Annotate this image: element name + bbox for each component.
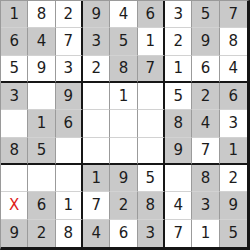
cell-r3c4[interactable]: 2	[83, 56, 110, 83]
cell-r2c1[interactable]: 6	[1, 28, 28, 55]
cell-r7c8[interactable]: 8	[192, 165, 219, 192]
cell-r6c8[interactable]: 7	[192, 138, 219, 165]
cell-r9c9[interactable]: 5	[220, 220, 247, 247]
cell-r5c6[interactable]	[138, 110, 165, 137]
cell-r5c5[interactable]	[110, 110, 137, 137]
cell-r4c3[interactable]: 9	[56, 83, 83, 110]
cell-r7c1[interactable]	[1, 165, 28, 192]
cell-r8c2[interactable]: 6	[28, 192, 55, 219]
cell-r6c3[interactable]	[56, 138, 83, 165]
cell-r4c1[interactable]: 3	[1, 83, 28, 110]
cell-r3c9[interactable]: 4	[220, 56, 247, 83]
sudoku-board: 1829463576473512985932871643915261684385…	[0, 0, 250, 250]
cell-r8c7[interactable]: 4	[165, 192, 192, 219]
cell-r9c8[interactable]: 1	[192, 220, 219, 247]
cell-r8c4[interactable]: 7	[83, 192, 110, 219]
cell-r6c2[interactable]: 5	[28, 138, 55, 165]
cell-r9c4[interactable]: 4	[83, 220, 110, 247]
cell-r2c5[interactable]: 5	[110, 28, 137, 55]
cell-r8c3[interactable]: 1	[56, 192, 83, 219]
cell-r8c8[interactable]: 3	[192, 192, 219, 219]
cell-r7c4[interactable]: 1	[83, 165, 110, 192]
cell-r6c5[interactable]	[110, 138, 137, 165]
cell-r7c2[interactable]	[28, 165, 55, 192]
cell-r7c5[interactable]: 9	[110, 165, 137, 192]
cell-r2c8[interactable]: 9	[192, 28, 219, 55]
cell-r6c9[interactable]: 1	[220, 138, 247, 165]
cell-r9c3[interactable]: 8	[56, 220, 83, 247]
cell-r1c1[interactable]: 1	[1, 1, 28, 28]
cell-r5c3[interactable]: 6	[56, 110, 83, 137]
cell-r3c8[interactable]: 6	[192, 56, 219, 83]
cell-r4c5[interactable]: 1	[110, 83, 137, 110]
cell-r5c4[interactable]	[83, 110, 110, 137]
cell-r8c9[interactable]: 9	[220, 192, 247, 219]
cell-r1c8[interactable]: 5	[192, 1, 219, 28]
cell-r3c6[interactable]: 7	[138, 56, 165, 83]
cell-r2c6[interactable]: 1	[138, 28, 165, 55]
cell-r3c1[interactable]: 5	[1, 56, 28, 83]
cell-r7c6[interactable]: 5	[138, 165, 165, 192]
cell-r2c7[interactable]: 2	[165, 28, 192, 55]
cell-r1c9[interactable]: 7	[220, 1, 247, 28]
cell-r3c5[interactable]: 8	[110, 56, 137, 83]
cell-r5c9[interactable]: 3	[220, 110, 247, 137]
cell-r7c3[interactable]	[56, 165, 83, 192]
cell-r4c8[interactable]: 2	[192, 83, 219, 110]
cell-r3c3[interactable]: 3	[56, 56, 83, 83]
cell-r2c2[interactable]: 4	[28, 28, 55, 55]
cell-r7c7[interactable]	[165, 165, 192, 192]
cell-r4c6[interactable]	[138, 83, 165, 110]
cell-r5c1[interactable]	[1, 110, 28, 137]
cell-r1c5[interactable]: 4	[110, 1, 137, 28]
cell-r3c7[interactable]: 1	[165, 56, 192, 83]
cell-r5c2[interactable]: 1	[28, 110, 55, 137]
cell-r8c5[interactable]: 2	[110, 192, 137, 219]
cell-r1c6[interactable]: 6	[138, 1, 165, 28]
cell-r1c2[interactable]: 8	[28, 1, 55, 28]
cell-r2c3[interactable]: 7	[56, 28, 83, 55]
cell-r4c2[interactable]	[28, 83, 55, 110]
cell-r9c1[interactable]: 9	[1, 220, 28, 247]
cell-r4c9[interactable]: 6	[220, 83, 247, 110]
cell-r9c2[interactable]: 2	[28, 220, 55, 247]
cell-r1c7[interactable]: 3	[165, 1, 192, 28]
cell-r1c4[interactable]: 9	[83, 1, 110, 28]
cell-r6c4[interactable]	[83, 138, 110, 165]
cell-r8c1[interactable]: X	[1, 192, 28, 219]
cell-r7c9[interactable]: 2	[220, 165, 247, 192]
cell-r2c9[interactable]: 8	[220, 28, 247, 55]
cell-r3c2[interactable]: 9	[28, 56, 55, 83]
cell-r4c4[interactable]	[83, 83, 110, 110]
cell-r5c8[interactable]: 4	[192, 110, 219, 137]
cell-r6c1[interactable]: 8	[1, 138, 28, 165]
cell-r9c6[interactable]: 3	[138, 220, 165, 247]
cell-r9c7[interactable]: 7	[165, 220, 192, 247]
cell-r5c7[interactable]: 8	[165, 110, 192, 137]
cell-r6c6[interactable]	[138, 138, 165, 165]
cell-r1c3[interactable]: 2	[56, 1, 83, 28]
cell-r8c6[interactable]: 8	[138, 192, 165, 219]
cell-r6c7[interactable]: 9	[165, 138, 192, 165]
cell-r4c7[interactable]: 5	[165, 83, 192, 110]
cell-r2c4[interactable]: 3	[83, 28, 110, 55]
cell-r9c5[interactable]: 6	[110, 220, 137, 247]
